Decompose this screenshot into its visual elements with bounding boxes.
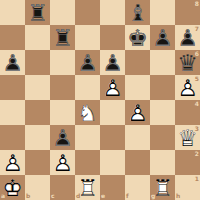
piece-fill-glyph: ♝ — [125, 0, 150, 25]
piece-fill-glyph: ♟ — [50, 125, 75, 150]
file-label-b: b — [26, 193, 30, 199]
white-rook[interactable]: ♜♖ — [150, 175, 175, 200]
piece-fill-glyph: ♚ — [0, 175, 25, 200]
square-d2[interactable] — [75, 150, 100, 175]
piece-fill-glyph: ♟ — [175, 75, 200, 100]
black-pawn[interactable]: ♟♙ — [0, 50, 25, 75]
piece-fill-glyph: ♟ — [100, 50, 125, 75]
square-e8[interactable] — [100, 0, 125, 25]
piece-outline-glyph: ♘ — [75, 100, 100, 125]
square-e2[interactable] — [100, 150, 125, 175]
square-f1[interactable]: f — [125, 175, 150, 200]
square-h7[interactable]: 7♟♙ — [175, 25, 200, 50]
piece-outline-glyph: ♙ — [125, 100, 150, 125]
black-pawn[interactable]: ♟♙ — [75, 50, 100, 75]
square-g1[interactable]: g♜♖ — [150, 175, 175, 200]
square-b2[interactable] — [25, 150, 50, 175]
piece-outline-glyph: ♖ — [25, 0, 50, 25]
square-h4[interactable]: 4 — [175, 100, 200, 125]
square-c2[interactable]: ♟♙ — [50, 150, 75, 175]
black-pawn[interactable]: ♟♙ — [50, 125, 75, 150]
file-label-c: c — [51, 193, 55, 199]
piece-fill-glyph: ♞ — [75, 100, 100, 125]
piece-fill-glyph: ♟ — [100, 75, 125, 100]
square-f3[interactable] — [125, 125, 150, 150]
square-f2[interactable] — [125, 150, 150, 175]
square-d1[interactable]: d♜♖ — [75, 175, 100, 200]
white-rook[interactable]: ♜♖ — [75, 175, 100, 200]
square-f5[interactable] — [125, 75, 150, 100]
square-g7[interactable]: ♟♙ — [150, 25, 175, 50]
piece-fill-glyph: ♛ — [175, 125, 200, 150]
piece-fill-glyph: ♛ — [175, 50, 200, 75]
square-h2[interactable]: 2 — [175, 150, 200, 175]
piece-outline-glyph: ♙ — [50, 150, 75, 175]
square-g5[interactable] — [150, 75, 175, 100]
square-b7[interactable] — [25, 25, 50, 50]
square-g4[interactable] — [150, 100, 175, 125]
file-label-e: e — [101, 193, 105, 199]
square-g3[interactable] — [150, 125, 175, 150]
white-pawn[interactable]: ♟♙ — [175, 75, 200, 100]
square-d8[interactable] — [75, 0, 100, 25]
piece-fill-glyph: ♟ — [50, 150, 75, 175]
black-rook[interactable]: ♜♖ — [50, 25, 75, 50]
square-a5[interactable] — [0, 75, 25, 100]
piece-fill-glyph: ♜ — [25, 0, 50, 25]
square-h5[interactable]: 5♟♙ — [175, 75, 200, 100]
white-knight[interactable]: ♞♘ — [75, 100, 100, 125]
rank-label-4: 4 — [195, 101, 199, 107]
piece-outline-glyph: ♗ — [125, 0, 150, 25]
square-f4[interactable]: ♟♙ — [125, 100, 150, 125]
square-c8[interactable] — [50, 0, 75, 25]
square-a1[interactable]: a♚♔ — [0, 175, 25, 200]
piece-fill-glyph: ♜ — [150, 175, 175, 200]
square-f6[interactable] — [125, 50, 150, 75]
square-c3[interactable]: ♟♙ — [50, 125, 75, 150]
square-g8[interactable] — [150, 0, 175, 25]
black-pawn[interactable]: ♟♙ — [150, 25, 175, 50]
piece-outline-glyph: ♙ — [0, 50, 25, 75]
square-g6[interactable] — [150, 50, 175, 75]
rank-label-2: 2 — [195, 151, 199, 157]
square-d6[interactable]: ♟♙ — [75, 50, 100, 75]
file-label-h: h — [176, 193, 180, 199]
square-b1[interactable]: b — [25, 175, 50, 200]
piece-outline-glyph: ♙ — [175, 25, 200, 50]
file-label-f: f — [126, 193, 129, 199]
piece-fill-glyph: ♚ — [125, 25, 150, 50]
square-e5[interactable]: ♟♙ — [100, 75, 125, 100]
square-c5[interactable] — [50, 75, 75, 100]
piece-outline-glyph: ♖ — [150, 175, 175, 200]
square-b6[interactable] — [25, 50, 50, 75]
square-d4[interactable]: ♞♘ — [75, 100, 100, 125]
piece-fill-glyph: ♟ — [75, 50, 100, 75]
square-f8[interactable]: ♝♗ — [125, 0, 150, 25]
square-h1[interactable]: h1 — [175, 175, 200, 200]
piece-outline-glyph: ♙ — [75, 50, 100, 75]
piece-fill-glyph: ♟ — [0, 150, 25, 175]
square-h6[interactable]: 6♛♕ — [175, 50, 200, 75]
square-f7[interactable]: ♚♔ — [125, 25, 150, 50]
square-b5[interactable] — [25, 75, 50, 100]
piece-outline-glyph: ♙ — [0, 150, 25, 175]
square-a6[interactable]: ♟♙ — [0, 50, 25, 75]
square-a3[interactable] — [0, 125, 25, 150]
chess-board: ♜♖♝♗8♜♖♚♔♟♙7♟♙♟♙♟♙♟♙6♛♕♟♙5♟♙♞♘♟♙4♟♙3♛♕♟♙… — [0, 0, 200, 200]
square-b3[interactable] — [25, 125, 50, 150]
square-e3[interactable] — [100, 125, 125, 150]
square-e4[interactable] — [100, 100, 125, 125]
piece-outline-glyph: ♙ — [50, 125, 75, 150]
piece-outline-glyph: ♔ — [125, 25, 150, 50]
white-king[interactable]: ♚♔ — [0, 175, 25, 200]
piece-outline-glyph: ♙ — [100, 75, 125, 100]
square-g2[interactable] — [150, 150, 175, 175]
black-pawn[interactable]: ♟♙ — [100, 50, 125, 75]
black-king[interactable]: ♚♔ — [125, 25, 150, 50]
white-pawn[interactable]: ♟♙ — [100, 75, 125, 100]
square-a4[interactable] — [0, 100, 25, 125]
square-c6[interactable] — [50, 50, 75, 75]
square-e7[interactable] — [100, 25, 125, 50]
square-d7[interactable] — [75, 25, 100, 50]
piece-outline-glyph: ♕ — [175, 50, 200, 75]
rank-label-1: 1 — [195, 176, 199, 182]
square-h8[interactable]: 8 — [175, 0, 200, 25]
white-queen[interactable]: ♛♕ — [175, 125, 200, 150]
piece-fill-glyph: ♟ — [175, 25, 200, 50]
white-pawn[interactable]: ♟♙ — [0, 150, 25, 175]
square-a7[interactable] — [0, 25, 25, 50]
black-queen[interactable]: ♛♕ — [175, 50, 200, 75]
piece-outline-glyph: ♙ — [175, 75, 200, 100]
piece-fill-glyph: ♜ — [75, 175, 100, 200]
piece-fill-glyph: ♟ — [150, 25, 175, 50]
square-c1[interactable]: c — [50, 175, 75, 200]
piece-fill-glyph: ♜ — [50, 25, 75, 50]
square-h3[interactable]: 3♛♕ — [175, 125, 200, 150]
white-pawn[interactable]: ♟♙ — [50, 150, 75, 175]
piece-outline-glyph: ♙ — [100, 50, 125, 75]
square-b4[interactable] — [25, 100, 50, 125]
square-a2[interactable]: ♟♙ — [0, 150, 25, 175]
square-d3[interactable] — [75, 125, 100, 150]
rank-label-8: 8 — [195, 1, 199, 7]
square-b8[interactable]: ♜♖ — [25, 0, 50, 25]
square-a8[interactable] — [0, 0, 25, 25]
piece-outline-glyph: ♖ — [50, 25, 75, 50]
piece-outline-glyph: ♖ — [75, 175, 100, 200]
black-pawn[interactable]: ♟♙ — [175, 25, 200, 50]
piece-fill-glyph: ♟ — [0, 50, 25, 75]
black-rook[interactable]: ♜♖ — [25, 0, 50, 25]
square-c4[interactable] — [50, 100, 75, 125]
square-e1[interactable]: e — [100, 175, 125, 200]
black-bishop[interactable]: ♝♗ — [125, 0, 150, 25]
white-pawn[interactable]: ♟♙ — [125, 100, 150, 125]
square-d5[interactable] — [75, 75, 100, 100]
square-e6[interactable]: ♟♙ — [100, 50, 125, 75]
piece-outline-glyph: ♔ — [0, 175, 25, 200]
piece-outline-glyph: ♕ — [175, 125, 200, 150]
square-c7[interactable]: ♜♖ — [50, 25, 75, 50]
piece-fill-glyph: ♟ — [125, 100, 150, 125]
piece-outline-glyph: ♙ — [150, 25, 175, 50]
